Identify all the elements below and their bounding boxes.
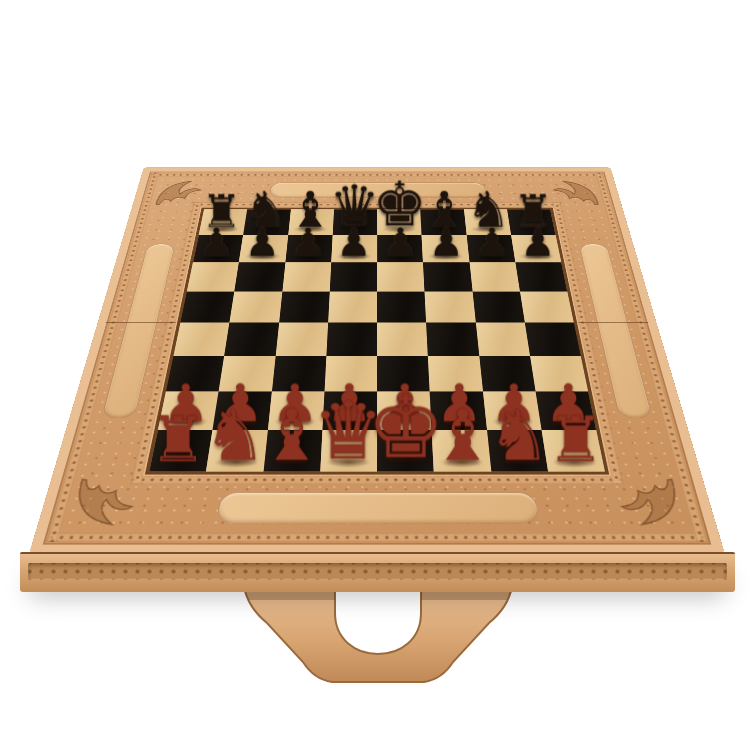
square-f1[interactable]: ♝: [432, 430, 491, 472]
square-c4[interactable]: [275, 323, 328, 356]
square-b4[interactable]: [224, 323, 278, 356]
piece-black-pawn[interactable]: ♟: [199, 223, 234, 262]
square-e5[interactable]: [377, 291, 426, 322]
square-a7[interactable]: ♟: [193, 235, 243, 262]
square-g5[interactable]: [472, 291, 524, 322]
square-g6[interactable]: [469, 262, 520, 291]
square-d7[interactable]: ♟: [331, 235, 377, 262]
square-g1[interactable]: ♞: [487, 430, 548, 472]
square-g4[interactable]: [475, 323, 529, 356]
square-f5[interactable]: [425, 291, 476, 322]
square-a4[interactable]: [173, 323, 229, 356]
square-d6[interactable]: [330, 262, 378, 291]
square-a6[interactable]: [187, 262, 239, 291]
piece-red-bishop[interactable]: ♝: [431, 400, 494, 471]
square-h6[interactable]: [515, 262, 567, 291]
fold-seam-right: [578, 322, 649, 323]
piece-black-pawn[interactable]: ♟: [291, 223, 326, 262]
square-d5[interactable]: [328, 291, 377, 322]
box-front-carved-band: [28, 563, 727, 580]
square-e6[interactable]: [377, 262, 425, 291]
beaded-trim-inner-bottom: [131, 475, 624, 484]
square-f7[interactable]: ♟: [422, 235, 469, 262]
square-c5[interactable]: [279, 291, 330, 322]
piece-black-pawn[interactable]: ♟: [337, 223, 372, 262]
carry-handle[interactable]: [238, 586, 518, 708]
product-photo-background: { "game": "chess", "position": "rnbqkbnr…: [0, 0, 755, 755]
square-h1[interactable]: ♜: [541, 430, 604, 472]
square-c7[interactable]: ♟: [285, 235, 332, 262]
piece-red-knight[interactable]: ♞: [203, 400, 266, 471]
square-c6[interactable]: [282, 262, 331, 291]
square-h4[interactable]: [525, 323, 581, 356]
square-g7[interactable]: ♟: [466, 235, 515, 262]
square-f4[interactable]: [426, 323, 479, 356]
piece-black-pawn[interactable]: ♟: [245, 223, 280, 262]
piece-black-pawn[interactable]: ♟: [475, 223, 510, 262]
piece-black-pawn[interactable]: ♟: [383, 223, 418, 262]
square-b6[interactable]: [234, 262, 285, 291]
box-front-edge: [20, 552, 735, 592]
square-b5[interactable]: [230, 291, 282, 322]
square-e7[interactable]: ♟: [377, 235, 423, 262]
piece-red-rook[interactable]: ♜: [150, 408, 207, 471]
square-a5[interactable]: [180, 291, 234, 322]
square-b1[interactable]: ♞: [206, 430, 267, 472]
playing-grid: ♜♞♝♛♚♝♞♜♟♟♟♟♟♟♟♟♟♟♟♟♟♟♟♟♜♞♝♛♚♝♞♜: [145, 208, 609, 475]
oval-panel-bottom: [216, 492, 539, 524]
square-h5[interactable]: [520, 291, 574, 322]
handle-shape: [244, 587, 512, 682]
square-f6[interactable]: [423, 262, 472, 291]
piece-black-pawn[interactable]: ♟: [521, 223, 556, 262]
square-b7[interactable]: ♟: [239, 235, 288, 262]
piece-red-knight[interactable]: ♞: [488, 400, 551, 471]
square-e1[interactable]: ♚: [377, 430, 434, 472]
piece-red-rook[interactable]: ♜: [548, 408, 605, 471]
square-h7[interactable]: ♟: [511, 235, 561, 262]
square-d4[interactable]: [326, 323, 377, 356]
chess-board: ♜♞♝♛♚♝♞♜♟♟♟♟♟♟♟♟♟♟♟♟♟♟♟♟♜♞♝♛♚♝♞♜: [29, 167, 725, 554]
fold-seam-left: [106, 322, 177, 323]
piece-black-pawn[interactable]: ♟: [429, 223, 464, 262]
beaded-trim-outer-bottom: [46, 533, 707, 542]
square-e4[interactable]: [377, 323, 428, 356]
